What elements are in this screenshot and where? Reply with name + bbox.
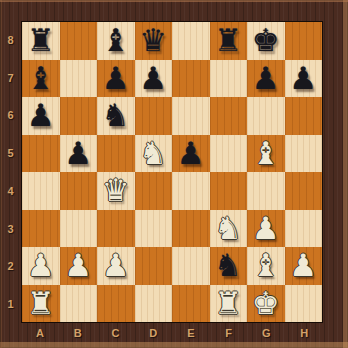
file-label-d: D [134,323,172,343]
square-a6[interactable]: ♟ [22,97,60,135]
square-f5[interactable] [210,135,248,173]
white-pawn-h2[interactable]: ♟ [289,250,317,281]
square-e3[interactable] [172,210,210,248]
black-knight-f2[interactable]: ♞ [214,250,242,281]
white-queen-c4[interactable]: ♛ [102,175,130,206]
file-label-e: E [172,323,210,343]
square-b7[interactable] [60,60,98,98]
file-label-h: H [285,323,323,343]
rank-label-8: 8 [0,21,21,59]
square-g8[interactable]: ♚ [247,22,285,60]
white-pawn-a2[interactable]: ♟ [27,250,55,281]
square-h5[interactable] [285,135,323,173]
square-b2[interactable]: ♟ [60,247,98,285]
square-d4[interactable] [135,172,173,210]
square-b1[interactable] [60,285,98,323]
square-e8[interactable] [172,22,210,60]
black-pawn-a6[interactable]: ♟ [27,100,55,131]
file-label-b: B [59,323,97,343]
square-c3[interactable] [97,210,135,248]
white-bishop-g2[interactable]: ♝ [252,250,280,281]
chess-board-frame: 87654321 ♜♝♛♜♚♝♟♟♟♟♟♞♟♞♟♝♛♞♟♟♟♟♞♝♟♜♜♚ AB… [0,0,348,348]
square-a4[interactable] [22,172,60,210]
square-c1[interactable] [97,285,135,323]
square-a7[interactable]: ♝ [22,60,60,98]
square-e2[interactable] [172,247,210,285]
file-label-a: A [21,323,59,343]
square-b5[interactable]: ♟ [60,135,98,173]
square-c5[interactable] [97,135,135,173]
square-g4[interactable] [247,172,285,210]
square-e1[interactable] [172,285,210,323]
square-d1[interactable] [135,285,173,323]
white-pawn-c2[interactable]: ♟ [102,250,130,281]
square-c7[interactable]: ♟ [97,60,135,98]
rank-label-6: 6 [0,97,21,135]
square-b4[interactable] [60,172,98,210]
black-rook-f8[interactable]: ♜ [214,25,242,56]
white-pawn-g3[interactable]: ♟ [252,213,280,244]
square-c4[interactable]: ♛ [97,172,135,210]
white-knight-f3[interactable]: ♞ [214,213,242,244]
square-h7[interactable]: ♟ [285,60,323,98]
square-f8[interactable]: ♜ [210,22,248,60]
square-a5[interactable] [22,135,60,173]
square-f6[interactable] [210,97,248,135]
square-c6[interactable]: ♞ [97,97,135,135]
square-e6[interactable] [172,97,210,135]
rank-label-3: 3 [0,210,21,248]
square-a8[interactable]: ♜ [22,22,60,60]
black-pawn-d7[interactable]: ♟ [139,63,167,94]
white-knight-d5[interactable]: ♞ [139,138,167,169]
white-rook-a1[interactable]: ♜ [27,288,55,319]
square-a3[interactable] [22,210,60,248]
file-label-c: C [97,323,135,343]
black-pawn-b5[interactable]: ♟ [64,138,92,169]
file-label-f: F [210,323,248,343]
black-pawn-c7[interactable]: ♟ [102,63,130,94]
square-b6[interactable] [60,97,98,135]
square-f2[interactable]: ♞ [210,247,248,285]
white-king-g1[interactable]: ♚ [252,288,280,319]
black-pawn-e5[interactable]: ♟ [177,138,205,169]
square-h6[interactable] [285,97,323,135]
square-f7[interactable] [210,60,248,98]
square-e5[interactable]: ♟ [172,135,210,173]
square-f4[interactable] [210,172,248,210]
file-label-g: G [248,323,286,343]
square-e4[interactable] [172,172,210,210]
square-b8[interactable] [60,22,98,60]
square-a1[interactable]: ♜ [22,285,60,323]
square-e7[interactable] [172,60,210,98]
square-c8[interactable]: ♝ [97,22,135,60]
black-bishop-c8[interactable]: ♝ [102,25,130,56]
square-d3[interactable] [135,210,173,248]
rank-label-7: 7 [0,59,21,97]
square-d2[interactable] [135,247,173,285]
file-labels: ABCDEFGH [21,323,323,343]
white-pawn-b2[interactable]: ♟ [64,250,92,281]
black-king-g8[interactable]: ♚ [252,25,280,56]
square-a2[interactable]: ♟ [22,247,60,285]
black-rook-a8[interactable]: ♜ [27,25,55,56]
square-g7[interactable]: ♟ [247,60,285,98]
square-c2[interactable]: ♟ [97,247,135,285]
square-d8[interactable]: ♛ [135,22,173,60]
square-b3[interactable] [60,210,98,248]
square-d5[interactable]: ♞ [135,135,173,173]
black-queen-d8[interactable]: ♛ [139,25,167,56]
rank-label-4: 4 [0,172,21,210]
square-h2[interactable]: ♟ [285,247,323,285]
square-f3[interactable]: ♞ [210,210,248,248]
square-d6[interactable] [135,97,173,135]
rank-label-2: 2 [0,248,21,286]
square-h3[interactable] [285,210,323,248]
square-g3[interactable]: ♟ [247,210,285,248]
white-rook-f1[interactable]: ♜ [214,288,242,319]
square-h4[interactable] [285,172,323,210]
black-bishop-a7[interactable]: ♝ [27,63,55,94]
black-knight-c6[interactable]: ♞ [102,100,130,131]
rank-label-5: 5 [0,134,21,172]
white-bishop-g5[interactable]: ♝ [252,138,280,169]
square-f1[interactable]: ♜ [210,285,248,323]
square-d7[interactable]: ♟ [135,60,173,98]
square-h8[interactable] [285,22,323,60]
chess-board: ♜♝♛♜♚♝♟♟♟♟♟♞♟♞♟♝♛♞♟♟♟♟♞♝♟♜♜♚ [21,21,323,323]
square-g5[interactable]: ♝ [247,135,285,173]
square-h1[interactable] [285,285,323,323]
rank-labels: 87654321 [0,21,21,323]
rank-label-1: 1 [0,285,21,323]
black-pawn-h7[interactable]: ♟ [289,63,317,94]
square-g1[interactable]: ♚ [247,285,285,323]
square-g2[interactable]: ♝ [247,247,285,285]
black-pawn-g7[interactable]: ♟ [252,63,280,94]
square-g6[interactable] [247,97,285,135]
